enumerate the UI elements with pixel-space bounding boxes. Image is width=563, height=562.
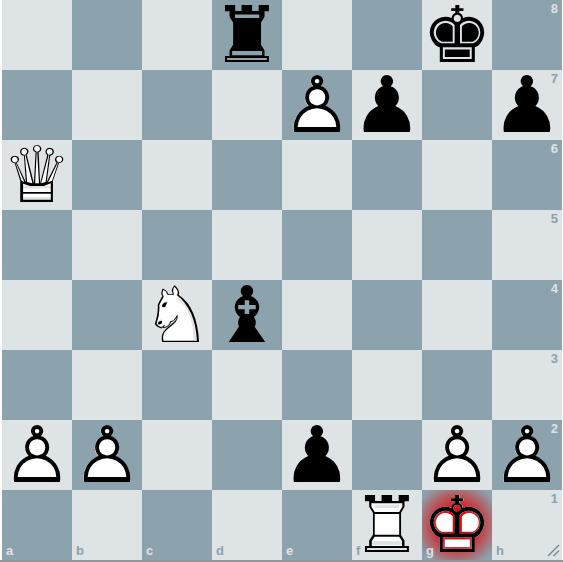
white-knight[interactable]: ♞♘ xyxy=(142,280,212,350)
piece-glyph: ♟ xyxy=(282,420,352,490)
square-c4[interactable]: ♞♘ xyxy=(142,280,212,350)
square-c8[interactable] xyxy=(142,0,212,70)
square-b4[interactable] xyxy=(72,280,142,350)
white-pawn[interactable]: ♟♙ xyxy=(72,420,142,490)
square-e4[interactable] xyxy=(282,280,352,350)
piece-outline-glyph: ♖ xyxy=(352,490,422,560)
square-d1[interactable]: d xyxy=(212,490,282,560)
square-g6[interactable] xyxy=(422,140,492,210)
piece-outline-glyph: ♙ xyxy=(492,420,562,490)
square-f1[interactable]: ♜♖f xyxy=(352,490,422,560)
square-d8[interactable]: ♜ xyxy=(212,0,282,70)
white-rook[interactable]: ♜♖ xyxy=(352,490,422,560)
piece-outline-glyph: ♕ xyxy=(2,140,72,210)
square-d4[interactable]: ♝ xyxy=(212,280,282,350)
piece-outline-glyph: ♙ xyxy=(72,420,142,490)
square-f6[interactable] xyxy=(352,140,422,210)
square-b1[interactable]: b xyxy=(72,490,142,560)
square-d2[interactable] xyxy=(212,420,282,490)
chess-board: ♜♚8♟♙♟♟7♛♕65♞♘♝43♟♙♟♙♟♟♙♟♙2abcde♜♖f♚♔gh1 xyxy=(2,0,562,560)
square-d6[interactable] xyxy=(212,140,282,210)
black-pawn[interactable]: ♟ xyxy=(282,420,352,490)
square-b2[interactable]: ♟♙ xyxy=(72,420,142,490)
square-a6[interactable]: ♛♕ xyxy=(2,140,72,210)
rank-label-4: 4 xyxy=(551,281,558,296)
square-g7[interactable] xyxy=(422,70,492,140)
piece-glyph: ♝ xyxy=(212,280,282,350)
square-c6[interactable] xyxy=(142,140,212,210)
square-g1[interactable]: ♚♔g xyxy=(422,490,492,560)
black-pawn[interactable]: ♟ xyxy=(352,70,422,140)
white-pawn[interactable]: ♟♙ xyxy=(2,420,72,490)
piece-glyph: ♜ xyxy=(212,0,282,70)
black-rook[interactable]: ♜ xyxy=(212,0,282,70)
white-queen[interactable]: ♛♕ xyxy=(2,140,72,210)
square-h7[interactable]: ♟7 xyxy=(492,70,562,140)
square-g4[interactable] xyxy=(422,280,492,350)
square-h4[interactable]: 4 xyxy=(492,280,562,350)
square-g5[interactable] xyxy=(422,210,492,280)
piece-glyph: ♟ xyxy=(492,70,562,140)
white-pawn[interactable]: ♟♙ xyxy=(282,70,352,140)
square-b5[interactable] xyxy=(72,210,142,280)
square-e2[interactable]: ♟ xyxy=(282,420,352,490)
square-c1[interactable]: c xyxy=(142,490,212,560)
square-a1[interactable]: a xyxy=(2,490,72,560)
black-pawn[interactable]: ♟ xyxy=(492,70,562,140)
board-container: ♜♚8♟♙♟♟7♛♕65♞♘♝43♟♙♟♙♟♟♙♟♙2abcde♜♖f♚♔gh1 xyxy=(0,0,563,562)
piece-glyph: ♟ xyxy=(352,70,422,140)
file-label-a: a xyxy=(6,543,13,558)
rank-label-3: 3 xyxy=(551,351,558,366)
rank-label-5: 5 xyxy=(551,211,558,226)
piece-outline-glyph: ♘ xyxy=(142,280,212,350)
piece-outline-glyph: ♔ xyxy=(422,490,492,560)
black-bishop[interactable]: ♝ xyxy=(212,280,282,350)
piece-glyph: ♚ xyxy=(422,0,492,70)
square-d3[interactable] xyxy=(212,350,282,420)
square-c7[interactable] xyxy=(142,70,212,140)
square-c3[interactable] xyxy=(142,350,212,420)
rank-label-8: 8 xyxy=(551,1,558,16)
file-label-h: h xyxy=(496,543,504,558)
square-f7[interactable]: ♟ xyxy=(352,70,422,140)
square-a8[interactable] xyxy=(2,0,72,70)
square-a2[interactable]: ♟♙ xyxy=(2,420,72,490)
square-h1[interactable]: h1 xyxy=(492,490,562,560)
square-c2[interactable] xyxy=(142,420,212,490)
square-b6[interactable] xyxy=(72,140,142,210)
square-h6[interactable]: 6 xyxy=(492,140,562,210)
black-king[interactable]: ♚ xyxy=(422,0,492,70)
file-label-b: b xyxy=(76,543,84,558)
square-h5[interactable]: 5 xyxy=(492,210,562,280)
square-f4[interactable] xyxy=(352,280,422,350)
piece-outline-glyph: ♙ xyxy=(2,420,72,490)
square-a4[interactable] xyxy=(2,280,72,350)
square-d7[interactable] xyxy=(212,70,282,140)
white-king[interactable]: ♚♔ xyxy=(422,490,492,560)
square-e6[interactable] xyxy=(282,140,352,210)
square-f5[interactable] xyxy=(352,210,422,280)
square-a5[interactable] xyxy=(2,210,72,280)
square-g8[interactable]: ♚ xyxy=(422,0,492,70)
white-pawn[interactable]: ♟♙ xyxy=(492,420,562,490)
square-b7[interactable] xyxy=(72,70,142,140)
square-e7[interactable]: ♟♙ xyxy=(282,70,352,140)
resize-handle-icon[interactable] xyxy=(547,544,560,557)
piece-outline-glyph: ♙ xyxy=(282,70,352,140)
file-label-e: e xyxy=(286,543,293,558)
square-e5[interactable] xyxy=(282,210,352,280)
square-f3[interactable] xyxy=(352,350,422,420)
file-label-c: c xyxy=(146,543,153,558)
square-e1[interactable]: e xyxy=(282,490,352,560)
square-h2[interactable]: ♟♙2 xyxy=(492,420,562,490)
square-b8[interactable] xyxy=(72,0,142,70)
file-label-d: d xyxy=(216,543,224,558)
